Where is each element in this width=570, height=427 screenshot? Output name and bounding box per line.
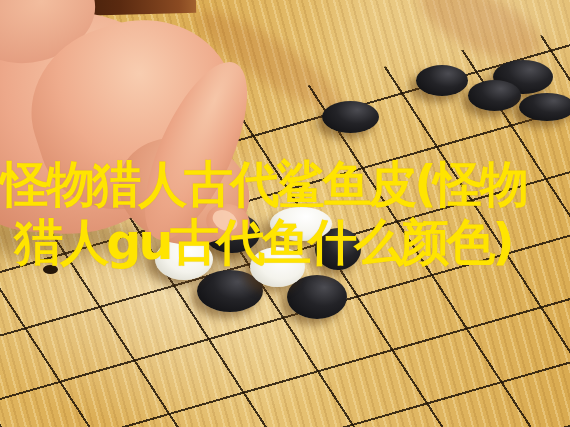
headline-line2: 猎人gu古代鱼什么颜色): [0, 214, 526, 272]
black-stone[interactable]: [416, 65, 468, 96]
headline-overlay: 怪物猎人古代鲨鱼皮(怪物 猎人gu古代鱼什么颜色): [0, 156, 526, 272]
black-stone[interactable]: [322, 101, 379, 133]
black-stone[interactable]: [468, 80, 521, 111]
photo-stage: 怪物猎人古代鲨鱼皮(怪物 猎人gu古代鱼什么颜色): [0, 0, 570, 427]
headline-line1: 怪物猎人古代鲨鱼皮(怪物: [0, 156, 526, 214]
black-stone[interactable]: [519, 93, 570, 121]
